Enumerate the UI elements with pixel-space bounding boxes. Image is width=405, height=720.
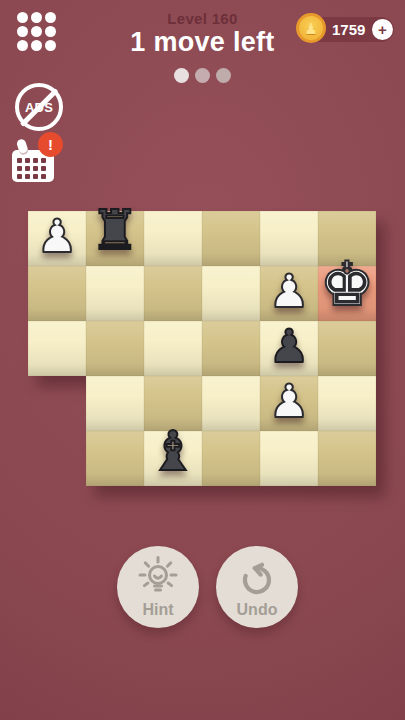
square-c4r1[interactable]	[202, 211, 260, 266]
undo-label: Undo	[216, 601, 298, 619]
square-c6r4[interactable]	[318, 376, 376, 431]
coins-value: 1759	[332, 21, 365, 38]
notification-badge: !	[38, 132, 63, 157]
square-c6r5[interactable]	[318, 431, 376, 486]
square-c3r1[interactable]	[144, 211, 202, 266]
level-progress-dots	[0, 68, 405, 83]
black-pawn-c5r3[interactable]: ♟	[260, 318, 318, 373]
square-c2r4[interactable]	[86, 376, 144, 431]
white-king-c6r2[interactable]: ♚	[318, 257, 376, 312]
daily-calendar-button[interactable]: !	[12, 148, 54, 182]
undo-arrow-icon	[235, 555, 279, 599]
white-pawn-c5r2[interactable]: ♟	[260, 263, 318, 318]
progress-dot-2	[195, 68, 210, 83]
square-c5r1[interactable]	[260, 211, 318, 266]
square-c5r5[interactable]	[260, 431, 318, 486]
square-c4r2[interactable]	[202, 266, 260, 321]
black-bishop-c3r5[interactable]: ♝	[144, 424, 202, 479]
square-c3r2[interactable]	[144, 266, 202, 321]
hint-label: Hint	[117, 601, 199, 619]
square-c1r3[interactable]	[28, 321, 86, 376]
no-ads-button[interactable]: ADS	[15, 83, 63, 131]
white-pawn-c5r4[interactable]: ♟	[260, 373, 318, 428]
square-c4r5[interactable]	[202, 431, 260, 486]
calendar-dots	[17, 158, 49, 179]
chess-board: ♟♜♟♚♟♟♝	[28, 211, 376, 486]
coin-icon: ♟	[296, 13, 326, 43]
square-c1r2[interactable]	[28, 266, 86, 321]
square-c2r2[interactable]	[86, 266, 144, 321]
square-c6r3[interactable]	[318, 321, 376, 376]
square-c4r3[interactable]	[202, 321, 260, 376]
black-rook-c2r1[interactable]: ♜	[86, 203, 144, 258]
square-c2r5[interactable]	[86, 431, 144, 486]
progress-dot-3	[216, 68, 231, 83]
add-coins-button[interactable]: +	[372, 19, 393, 40]
hint-button[interactable]: Hint	[117, 546, 199, 628]
square-c3r3[interactable]	[144, 321, 202, 376]
undo-button[interactable]: Undo	[216, 546, 298, 628]
square-c2r3[interactable]	[86, 321, 144, 376]
coin-counter: ♟ 1759 +	[296, 13, 397, 47]
progress-dot-1	[174, 68, 189, 83]
lightbulb-icon	[134, 555, 182, 601]
square-c4r4[interactable]	[202, 376, 260, 431]
coin-pawn-glyph: ♟	[304, 21, 317, 36]
white-pawn-c1r1[interactable]: ♟	[28, 208, 86, 263]
